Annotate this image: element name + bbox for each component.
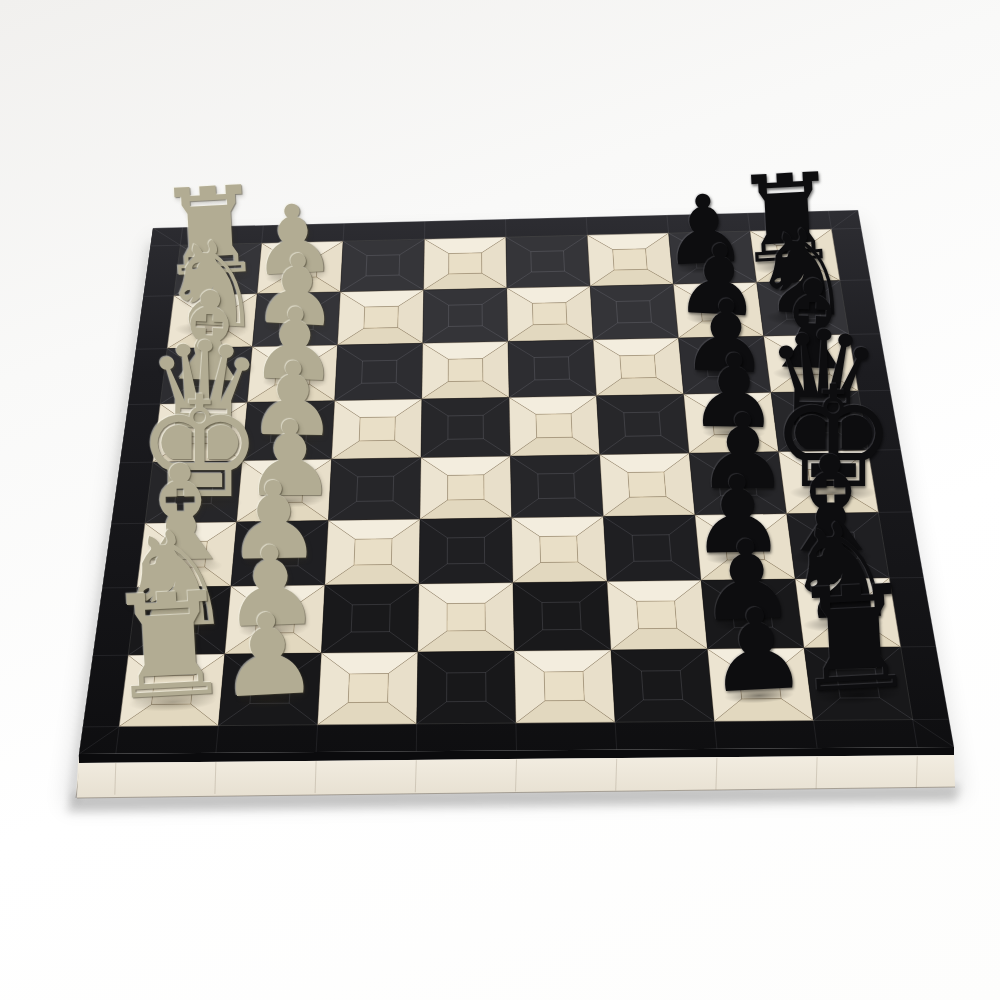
white-pawn-h2[interactable]: ♟ — [214, 597, 321, 715]
pieces-layer: ♜♟♟♜♞♟♟♞♝♟♟♝♛♟♟♛♚♟♟♚♝♟♟♝♞♟♟♞♜♟♟♜ — [0, 0, 1000, 1000]
photo-background: ♜♟♟♜♞♟♟♞♝♟♟♝♛♟♟♛♚♟♟♚♝♟♟♝♞♟♟♞♜♟♟♜ — [0, 0, 1000, 1000]
black-pawn-h7[interactable]: ♟ — [704, 593, 811, 711]
